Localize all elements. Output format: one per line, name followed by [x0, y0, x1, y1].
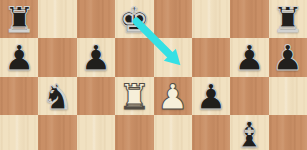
square-c5[interactable] — [77, 115, 115, 150]
square-d5[interactable] — [115, 115, 153, 150]
piece-black-rook[interactable]: ♜ — [272, 1, 303, 39]
square-c6[interactable] — [77, 77, 115, 115]
square-e7[interactable] — [154, 38, 192, 76]
square-a8[interactable]: ♜ — [0, 0, 38, 38]
chessboard: ♜♚♜♟♟♟♟♞♜♟♟♝ — [0, 0, 307, 150]
square-e8[interactable] — [154, 0, 192, 38]
square-a6[interactable] — [0, 77, 38, 115]
square-d6[interactable]: ♜ — [115, 77, 153, 115]
piece-black-pawn[interactable]: ♟ — [272, 39, 303, 77]
piece-black-bishop[interactable]: ♝ — [234, 116, 265, 150]
square-b5[interactable] — [38, 115, 76, 150]
piece-white-pawn[interactable]: ♟ — [157, 77, 188, 115]
square-f8[interactable] — [192, 0, 230, 38]
square-g7[interactable]: ♟ — [230, 38, 268, 76]
piece-black-pawn[interactable]: ♟ — [234, 39, 265, 77]
square-e5[interactable] — [154, 115, 192, 150]
square-b7[interactable] — [38, 38, 76, 76]
square-f5[interactable] — [192, 115, 230, 150]
square-b8[interactable] — [38, 0, 76, 38]
square-e6[interactable]: ♟ — [154, 77, 192, 115]
square-h5[interactable] — [269, 115, 307, 150]
piece-black-king[interactable]: ♚ — [119, 1, 150, 39]
piece-white-rook[interactable]: ♜ — [119, 77, 150, 115]
piece-black-pawn[interactable]: ♟ — [80, 39, 111, 77]
square-c7[interactable]: ♟ — [77, 38, 115, 76]
square-a5[interactable] — [0, 115, 38, 150]
square-f7[interactable] — [192, 38, 230, 76]
piece-black-knight[interactable]: ♞ — [42, 77, 73, 115]
square-g6[interactable] — [230, 77, 268, 115]
square-h6[interactable] — [269, 77, 307, 115]
square-b6[interactable]: ♞ — [38, 77, 76, 115]
square-g5[interactable]: ♝ — [230, 115, 268, 150]
square-f6[interactable]: ♟ — [192, 77, 230, 115]
square-g8[interactable] — [230, 0, 268, 38]
square-h8[interactable]: ♜ — [269, 0, 307, 38]
square-c8[interactable] — [77, 0, 115, 38]
square-d7[interactable] — [115, 38, 153, 76]
piece-black-pawn[interactable]: ♟ — [195, 77, 226, 115]
piece-black-rook[interactable]: ♜ — [3, 1, 34, 39]
piece-black-pawn[interactable]: ♟ — [3, 39, 34, 77]
square-d8[interactable]: ♚ — [115, 0, 153, 38]
square-h7[interactable]: ♟ — [269, 38, 307, 76]
chessboard-view: ♜♚♜♟♟♟♟♞♜♟♟♝ — [0, 0, 307, 150]
square-a7[interactable]: ♟ — [0, 38, 38, 76]
